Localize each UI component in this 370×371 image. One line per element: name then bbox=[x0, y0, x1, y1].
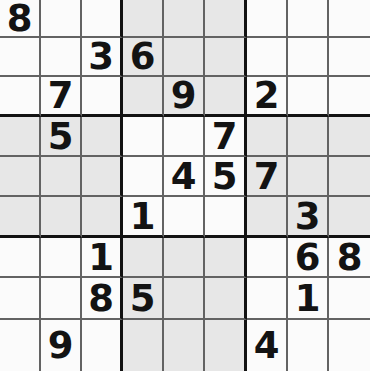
cell-r6c9[interactable] bbox=[329, 197, 370, 238]
cell-r7c6[interactable] bbox=[205, 238, 247, 278]
cell-r5c1[interactable] bbox=[0, 157, 41, 197]
cell-r6c4[interactable]: 1 bbox=[123, 197, 164, 238]
cell-r8c3[interactable]: 8 bbox=[82, 278, 123, 320]
cell-r8c6[interactable] bbox=[205, 278, 247, 320]
cell-r6c7[interactable] bbox=[247, 197, 288, 238]
sudoku-board: 836792574571316885194 bbox=[0, 0, 370, 371]
cell-r3c1[interactable] bbox=[0, 77, 41, 117]
cell-r3c9[interactable] bbox=[329, 77, 370, 117]
cell-r4c7[interactable] bbox=[247, 117, 288, 157]
cell-r1c5[interactable] bbox=[164, 0, 205, 38]
cell-r6c8[interactable]: 3 bbox=[288, 197, 329, 238]
cell-r7c5[interactable] bbox=[164, 238, 205, 278]
cell-r8c4[interactable]: 5 bbox=[123, 278, 164, 320]
cell-r8c5[interactable] bbox=[164, 278, 205, 320]
cell-r5c5[interactable]: 4 bbox=[164, 157, 205, 197]
cell-r1c3[interactable] bbox=[82, 0, 123, 38]
cell-r7c9[interactable]: 8 bbox=[329, 238, 370, 278]
cell-r6c6[interactable] bbox=[205, 197, 247, 238]
cell-r6c1[interactable] bbox=[0, 197, 41, 238]
cell-r9c1[interactable] bbox=[0, 320, 41, 371]
cell-r7c2[interactable] bbox=[41, 238, 82, 278]
cell-r6c2[interactable] bbox=[41, 197, 82, 238]
cell-r7c1[interactable] bbox=[0, 238, 41, 278]
cell-r3c6[interactable] bbox=[205, 77, 247, 117]
cell-r8c1[interactable] bbox=[0, 278, 41, 320]
cell-r3c4[interactable] bbox=[123, 77, 164, 117]
cell-r9c9[interactable] bbox=[329, 320, 370, 371]
cell-r5c2[interactable] bbox=[41, 157, 82, 197]
cell-r3c2[interactable]: 7 bbox=[41, 77, 82, 117]
cell-r1c2[interactable] bbox=[41, 0, 82, 38]
cell-r4c3[interactable] bbox=[82, 117, 123, 157]
cell-r2c1[interactable] bbox=[0, 38, 41, 77]
cell-r4c8[interactable] bbox=[288, 117, 329, 157]
cell-r1c7[interactable] bbox=[247, 0, 288, 38]
cell-r1c1[interactable]: 8 bbox=[0, 0, 41, 38]
cell-r9c7[interactable]: 4 bbox=[247, 320, 288, 371]
cell-r7c4[interactable] bbox=[123, 238, 164, 278]
cell-r4c1[interactable] bbox=[0, 117, 41, 157]
cell-r2c2[interactable] bbox=[41, 38, 82, 77]
cell-r2c9[interactable] bbox=[329, 38, 370, 77]
cell-r2c8[interactable] bbox=[288, 38, 329, 77]
cell-r7c8[interactable]: 6 bbox=[288, 238, 329, 278]
cell-r4c4[interactable] bbox=[123, 117, 164, 157]
cell-r2c3[interactable]: 3 bbox=[82, 38, 123, 77]
cell-r2c7[interactable] bbox=[247, 38, 288, 77]
cell-r1c8[interactable] bbox=[288, 0, 329, 38]
cell-r5c3[interactable] bbox=[82, 157, 123, 197]
cell-r2c4[interactable]: 6 bbox=[123, 38, 164, 77]
cell-r2c5[interactable] bbox=[164, 38, 205, 77]
cell-r1c6[interactable] bbox=[205, 0, 247, 38]
cell-r8c2[interactable] bbox=[41, 278, 82, 320]
cell-r1c4[interactable] bbox=[123, 0, 164, 38]
cell-r5c6[interactable]: 5 bbox=[205, 157, 247, 197]
cell-r7c7[interactable] bbox=[247, 238, 288, 278]
cell-r9c3[interactable] bbox=[82, 320, 123, 371]
cell-r4c2[interactable]: 5 bbox=[41, 117, 82, 157]
cell-r8c9[interactable] bbox=[329, 278, 370, 320]
cell-r8c7[interactable] bbox=[247, 278, 288, 320]
cell-r2c6[interactable] bbox=[205, 38, 247, 77]
cell-r4c9[interactable] bbox=[329, 117, 370, 157]
cell-r6c5[interactable] bbox=[164, 197, 205, 238]
cell-r5c4[interactable] bbox=[123, 157, 164, 197]
cell-r3c5[interactable]: 9 bbox=[164, 77, 205, 117]
cell-r9c2[interactable]: 9 bbox=[41, 320, 82, 371]
cell-r9c4[interactable] bbox=[123, 320, 164, 371]
cell-r4c5[interactable] bbox=[164, 117, 205, 157]
cell-r7c3[interactable]: 1 bbox=[82, 238, 123, 278]
cell-r1c9[interactable] bbox=[329, 0, 370, 38]
cell-r3c3[interactable] bbox=[82, 77, 123, 117]
cell-r3c8[interactable] bbox=[288, 77, 329, 117]
cell-r9c6[interactable] bbox=[205, 320, 247, 371]
cell-r3c7[interactable]: 2 bbox=[247, 77, 288, 117]
cell-r8c8[interactable]: 1 bbox=[288, 278, 329, 320]
cell-r6c3[interactable] bbox=[82, 197, 123, 238]
cell-r9c8[interactable] bbox=[288, 320, 329, 371]
cell-r4c6[interactable]: 7 bbox=[205, 117, 247, 157]
cell-r9c5[interactable] bbox=[164, 320, 205, 371]
cell-r5c9[interactable] bbox=[329, 157, 370, 197]
cell-r5c8[interactable] bbox=[288, 157, 329, 197]
cell-r5c7[interactable]: 7 bbox=[247, 157, 288, 197]
